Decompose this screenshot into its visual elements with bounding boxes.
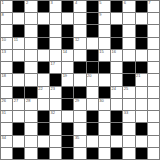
cell-r11c10[interactable]: [123, 136, 134, 147]
black-cell-r4c7: [87, 50, 98, 61]
black-cell-r3c5: [62, 38, 73, 49]
cell-r1c10[interactable]: [123, 13, 134, 24]
cell-r10c0[interactable]: [1, 123, 12, 134]
clue-number: 6: [124, 1, 126, 5]
cell-r9c8[interactable]: [99, 111, 110, 122]
cell-r3c7[interactable]: [87, 38, 98, 49]
cell-r3c6[interactable]: 12: [74, 38, 85, 49]
clue-number: 24: [112, 87, 116, 91]
cell-r9c1[interactable]: [13, 111, 24, 122]
cell-r1c0[interactable]: 8: [1, 13, 12, 24]
cell-r9c0[interactable]: 31: [1, 111, 12, 122]
black-cell-r2c1: [13, 25, 24, 36]
clue-number: 31: [2, 111, 6, 115]
cell-r3c0[interactable]: 10: [1, 38, 12, 49]
black-cell-r7c2: [25, 87, 36, 98]
clue-number: 15: [99, 50, 103, 54]
cell-r3c4[interactable]: [50, 38, 61, 49]
cell-r8c6[interactable]: 29: [74, 99, 85, 110]
cell-r5c9[interactable]: [111, 62, 122, 73]
black-cell-r5c1: [13, 62, 24, 73]
cell-r1c4[interactable]: [50, 13, 61, 24]
cell-r11c11[interactable]: [136, 136, 147, 147]
black-cell-r9c9: [111, 111, 122, 122]
cell-r7c10[interactable]: 25: [123, 87, 134, 98]
clue-number: 21: [136, 74, 140, 78]
black-cell-r0c7: [87, 1, 98, 12]
cell-r10c2[interactable]: [25, 123, 36, 134]
cell-r0c2[interactable]: 2: [25, 1, 36, 12]
cell-r6c8[interactable]: [99, 74, 110, 85]
cell-r8c10[interactable]: [123, 99, 134, 110]
cell-r4c9[interactable]: 16: [111, 50, 122, 61]
black-cell-r12c1: [13, 148, 24, 159]
clue-number: 32: [50, 111, 54, 115]
cell-r4c1[interactable]: [13, 50, 24, 61]
cell-r6c6[interactable]: [74, 74, 85, 85]
cell-r8c7[interactable]: [87, 99, 98, 110]
cell-r6c1[interactable]: [13, 74, 24, 85]
cell-r11c0[interactable]: 34: [1, 136, 12, 147]
cell-r4c3[interactable]: [38, 50, 49, 61]
cell-r7c0[interactable]: [1, 87, 12, 98]
black-cell-r2c7: [87, 25, 98, 36]
cell-r9c10[interactable]: 33: [123, 111, 134, 122]
cell-r1c11[interactable]: [136, 13, 147, 24]
cell-r6c7[interactable]: 20: [87, 74, 98, 85]
black-cell-r12c7: [87, 148, 98, 159]
clue-number: 16: [112, 50, 116, 54]
black-cell-r6c10: [123, 74, 134, 85]
cell-r10c12[interactable]: [148, 123, 159, 134]
cell-r7c4[interactable]: 23: [50, 87, 61, 98]
cell-r6c9[interactable]: [111, 74, 122, 85]
cell-r11c12[interactable]: [148, 136, 159, 147]
cell-r4c5[interactable]: 14: [62, 50, 73, 61]
clue-number: 20: [87, 74, 91, 78]
clue-number: 13: [2, 50, 6, 54]
cell-r2c10[interactable]: [123, 25, 134, 36]
black-cell-r9c3: [38, 111, 49, 122]
black-cell-r5c3: [38, 62, 49, 73]
cell-r4c6[interactable]: [74, 50, 85, 61]
clue-number: 29: [75, 99, 79, 103]
cell-r6c12[interactable]: [148, 74, 159, 85]
black-cell-r10c1: [13, 123, 24, 134]
black-cell-r2c5: [62, 25, 73, 36]
black-cell-r10c3: [38, 123, 49, 134]
black-cell-r0c5: [62, 1, 73, 12]
black-cell-r3c9: [111, 38, 122, 49]
clue-number: 33: [124, 111, 128, 115]
clue-number: 3: [50, 1, 52, 5]
cell-r8c8[interactable]: 30: [99, 99, 110, 110]
black-cell-r5c6: [74, 62, 85, 73]
cell-r4c2[interactable]: [25, 50, 36, 61]
black-cell-r10c9: [111, 123, 122, 134]
black-cell-r5c10: [123, 62, 134, 73]
cell-r12c6[interactable]: [74, 148, 85, 159]
cell-r1c12[interactable]: [148, 13, 159, 24]
cell-r8c9[interactable]: [111, 99, 122, 110]
cell-r8c1[interactable]: 27: [13, 99, 24, 110]
cell-r5c5[interactable]: [62, 62, 73, 73]
black-cell-r2c3: [38, 25, 49, 36]
black-cell-r2c11: [136, 25, 147, 36]
black-cell-r10c7: [87, 123, 98, 134]
black-cell-r12c9: [111, 148, 122, 159]
black-cell-r7c5: [62, 87, 73, 98]
cell-r11c2[interactable]: [25, 136, 36, 147]
cell-r6c0[interactable]: 18: [1, 74, 12, 85]
cell-r2c6[interactable]: [74, 25, 85, 36]
clue-number: 27: [14, 99, 18, 103]
black-cell-r12c3: [38, 148, 49, 159]
cell-r2c4[interactable]: [50, 25, 61, 36]
clue-number: 35: [75, 136, 79, 140]
clue-number: 19: [63, 74, 67, 78]
cell-r6c2[interactable]: [25, 74, 36, 85]
cell-r1c5[interactable]: [62, 13, 73, 24]
cell-r11c1[interactable]: [13, 136, 24, 147]
clue-number: 26: [2, 99, 6, 103]
cell-r9c6[interactable]: [74, 111, 85, 122]
cell-r11c8[interactable]: [99, 136, 110, 147]
cell-r10c10[interactable]: [123, 123, 134, 134]
cell-r10c6[interactable]: [74, 123, 85, 134]
cell-r9c2[interactable]: [25, 111, 36, 122]
cell-r3c8[interactable]: [99, 38, 110, 49]
crossword-grid: 1234567891011121314151617181920212223242…: [0, 0, 160, 160]
cell-r3c10[interactable]: [123, 38, 134, 49]
cell-r7c11[interactable]: [136, 87, 147, 98]
black-cell-r8c5: [62, 99, 73, 110]
cell-r5c4[interactable]: 17: [50, 62, 61, 73]
cell-r11c6[interactable]: 35: [74, 136, 85, 147]
clue-number: 18: [2, 74, 6, 78]
cell-r9c12[interactable]: [148, 111, 159, 122]
cell-r1c1[interactable]: [13, 13, 24, 24]
cell-r2c8[interactable]: [99, 25, 110, 36]
black-cell-r0c3: [38, 1, 49, 12]
clue-number: 28: [26, 99, 30, 103]
cell-r7c7[interactable]: [87, 87, 98, 98]
cell-r7c12[interactable]: [148, 87, 159, 98]
cell-r0c12[interactable]: 7: [148, 1, 159, 12]
clue-number: 10: [2, 38, 6, 42]
cell-r3c1[interactable]: 11: [13, 38, 24, 49]
clue-number: 14: [63, 50, 67, 54]
cell-r5c12[interactable]: [148, 62, 159, 73]
black-cell-r12c11: [136, 148, 147, 159]
cell-r0c4[interactable]: 3: [50, 1, 61, 12]
clue-number: 4: [75, 1, 77, 5]
cell-r11c3[interactable]: [38, 136, 49, 147]
cell-r11c4[interactable]: [50, 136, 61, 147]
cell-r10c4[interactable]: [50, 123, 61, 134]
black-cell-r7c6: [74, 87, 85, 98]
cell-r2c12[interactable]: [148, 25, 159, 36]
black-cell-r10c11: [136, 123, 147, 134]
cell-r1c6[interactable]: [74, 13, 85, 24]
cell-r5c2[interactable]: [25, 62, 36, 73]
cell-r10c8[interactable]: [99, 123, 110, 134]
cell-r6c3[interactable]: [38, 74, 49, 85]
clue-number: 34: [2, 136, 6, 140]
black-cell-r7c8: [99, 87, 110, 98]
cell-r1c3[interactable]: [38, 13, 49, 24]
black-cell-r1c7: [87, 13, 98, 24]
clue-number: 7: [148, 1, 150, 5]
cell-r5c0[interactable]: [1, 62, 12, 73]
cell-r4c4[interactable]: [50, 50, 61, 61]
clue-number: 12: [75, 38, 79, 42]
black-cell-r2c9: [111, 25, 122, 36]
cell-r1c8[interactable]: 9: [99, 13, 110, 24]
cell-r0c6[interactable]: 4: [74, 1, 85, 12]
cell-r12c8[interactable]: [99, 148, 110, 159]
cell-r7c9[interactable]: 24: [111, 87, 122, 98]
cell-r2c2[interactable]: [25, 25, 36, 36]
cell-r0c10[interactable]: 6: [123, 1, 134, 12]
black-cell-r3c11: [136, 38, 147, 49]
cell-r4c10[interactable]: [123, 50, 134, 61]
clue-number: 5: [99, 1, 101, 5]
cell-r0c8[interactable]: 5: [99, 1, 110, 12]
black-cell-r10c5: [62, 123, 73, 134]
black-cell-r0c11: [136, 1, 147, 12]
black-cell-r11c5: [62, 136, 73, 147]
cell-r12c10[interactable]: [123, 148, 134, 159]
clue-number: 1: [2, 1, 4, 5]
clue-number: 17: [50, 62, 54, 66]
cell-r12c4[interactable]: [50, 148, 61, 159]
black-cell-r12c5: [62, 148, 73, 159]
cell-r11c7[interactable]: [87, 136, 98, 147]
clue-number: 23: [50, 87, 54, 91]
cell-r1c2[interactable]: [25, 13, 36, 24]
cell-r8c4[interactable]: [50, 99, 61, 110]
cell-r3c12[interactable]: [148, 38, 159, 49]
cell-r9c11[interactable]: [136, 111, 147, 122]
cell-r6c5[interactable]: 19: [62, 74, 73, 85]
cell-r7c3[interactable]: 22: [38, 87, 49, 98]
cell-r12c12[interactable]: [148, 148, 159, 159]
clue-number: 11: [14, 38, 18, 42]
cell-r4c0[interactable]: 13: [1, 50, 12, 61]
cell-r12c2[interactable]: [25, 148, 36, 159]
cell-r9c4[interactable]: 32: [50, 111, 61, 122]
black-cell-r9c7: [87, 111, 98, 122]
black-cell-r0c9: [111, 1, 122, 12]
cell-r3c2[interactable]: [25, 38, 36, 49]
black-cell-r0c1: [13, 1, 24, 12]
cell-r8c11[interactable]: [136, 99, 147, 110]
cell-r9c5[interactable]: [62, 111, 73, 122]
cell-r8c3[interactable]: [38, 99, 49, 110]
cell-r4c8[interactable]: 15: [99, 50, 110, 61]
black-cell-r5c11: [136, 62, 147, 73]
cell-r6c11[interactable]: 21: [136, 74, 147, 85]
clue-number: 8: [2, 13, 4, 17]
clue-number: 22: [38, 87, 42, 91]
clue-number: 30: [99, 99, 103, 103]
black-cell-r5c7: [87, 62, 98, 73]
cell-r4c11[interactable]: [136, 50, 147, 61]
clue-number: 2: [26, 1, 28, 5]
cell-r4c12[interactable]: [148, 50, 159, 61]
black-cell-r7c1: [13, 87, 24, 98]
cell-r1c9[interactable]: [111, 13, 122, 24]
black-cell-r3c3: [38, 38, 49, 49]
cell-r12c0[interactable]: [1, 148, 12, 159]
cell-r8c12[interactable]: [148, 99, 159, 110]
cell-r8c0[interactable]: 26: [1, 99, 12, 110]
cell-r11c9[interactable]: [111, 136, 122, 147]
black-cell-r6c4: [50, 74, 61, 85]
cell-r2c0[interactable]: [1, 25, 12, 36]
black-cell-r5c8: [99, 62, 110, 73]
cell-r0c0[interactable]: 1: [1, 1, 12, 12]
clue-number: 25: [124, 87, 128, 91]
cell-r8c2[interactable]: 28: [25, 99, 36, 110]
clue-number: 9: [99, 13, 101, 17]
